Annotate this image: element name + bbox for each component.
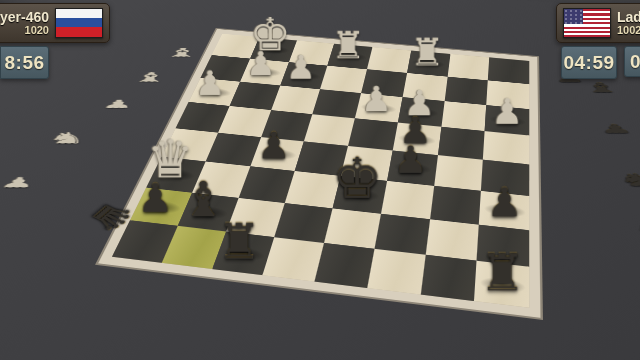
white-pawn[interactable]: ♟ [480, 95, 535, 130]
clock-right: 04:59 [561, 46, 617, 79]
black-king[interactable]: ♚ [327, 150, 388, 206]
square[interactable] [324, 208, 381, 249]
clock-left: 8:56 [0, 46, 49, 79]
scene-3d: ♚♜♜♟♟♟♟♟♟♟♟♟♛♚♟♟♝♜♜ ♝♝♟♞♟♟ ♟♝♟♞♞ ♛ [0, 0, 640, 360]
board-tilt-plane: ♚♜♜♟♟♟♟♟♟♟♟♟♛♚♟♟♝♜♜ ♝♝♟♞♟♟ ♟♝♟♞♞ ♛ [98, 29, 540, 318]
square[interactable] [274, 203, 332, 243]
square[interactable] [374, 213, 429, 255]
square[interactable] [304, 114, 355, 146]
square[interactable]: ♟ [250, 137, 304, 171]
square[interactable]: ♜ [474, 261, 529, 308]
black-rook[interactable]: ♜ [206, 218, 271, 267]
clock-right-secondary: 0 [624, 46, 640, 77]
black-pawn[interactable]: ♟ [245, 128, 302, 165]
usa-flag-canton [564, 9, 583, 24]
black-pawn[interactable]: ♟ [473, 183, 535, 223]
captured-black-pawn: ♟ [586, 123, 640, 135]
black-pawn[interactable]: ♟ [382, 141, 441, 179]
square[interactable] [238, 166, 295, 203]
square[interactable] [437, 127, 484, 160]
square[interactable] [367, 249, 425, 294]
russia-flag-icon [55, 8, 103, 38]
captured-white-bishop: ♝ [123, 71, 178, 84]
captured-white-knight: ♞ [37, 131, 98, 146]
player-plate-right: Lad 1002 [556, 3, 640, 43]
player-plate-left: yer-460 1020 [0, 3, 110, 43]
captured-black-bishop: ♝ [573, 81, 629, 94]
white-pawn[interactable]: ♟ [276, 51, 327, 84]
square[interactable] [381, 181, 434, 219]
white-pawn[interactable]: ♟ [184, 67, 237, 101]
captured-white-bishop: ♝ [156, 47, 208, 59]
square[interactable]: ♚ [333, 176, 387, 214]
player-rating-left: 1020 [25, 25, 49, 37]
player-rating-right: 1002 [617, 25, 640, 37]
white-rook[interactable]: ♜ [323, 27, 373, 64]
game-screen: ♚♜♜♟♟♟♟♟♟♟♟♟♛♚♟♟♝♜♜ ♝♝♟♞♟♟ ♟♝♟♞♞ ♛ yer-4… [0, 0, 640, 360]
square[interactable] [314, 243, 374, 288]
square[interactable]: ♟ [387, 151, 438, 186]
usa-flag-icon [563, 8, 611, 38]
player-name-left: yer-460 [0, 10, 49, 25]
captured-white-pawn: ♟ [90, 99, 147, 110]
black-rook[interactable]: ♜ [468, 248, 536, 299]
white-rook[interactable]: ♜ [402, 34, 452, 72]
square[interactable] [263, 237, 324, 281]
player-name-right: Lad [617, 10, 640, 25]
square[interactable]: ♟ [479, 191, 529, 230]
square[interactable]: ♟ [485, 105, 529, 136]
